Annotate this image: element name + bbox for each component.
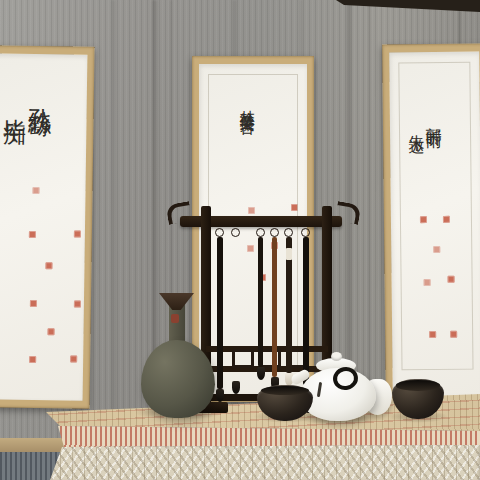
- red-seal-stamp: [32, 187, 39, 194]
- brush-label-band: [286, 248, 292, 260]
- red-seal-stamp: [47, 328, 54, 335]
- right-scroll-paper: 郭昕雨 朱遨: [389, 52, 480, 397]
- red-seal-stamp: [70, 355, 77, 362]
- red-seal-stamp: [74, 231, 81, 238]
- red-seal-stamp: [450, 331, 457, 338]
- calligraphy-brush: [256, 228, 265, 380]
- red-seal-stamp: [429, 331, 436, 338]
- brush-handle: [231, 237, 240, 381]
- red-seal-stamp: [448, 276, 455, 283]
- calligraphy-brush: [231, 228, 240, 394]
- red-seal-stamp: [29, 231, 36, 238]
- brush-hanging-loop: [231, 228, 240, 237]
- calligraphy-brush: [270, 228, 279, 390]
- red-seal-stamp: [291, 204, 298, 211]
- left-scroll-paper: 孔紛繇 毕痴: [0, 53, 87, 400]
- wall-grain-streak: [112, 0, 115, 480]
- vase-red-accent: [171, 314, 179, 323]
- brush-handle: [258, 237, 263, 367]
- brush-hanging-loop: [270, 228, 279, 237]
- calligraphy-brush: [284, 228, 293, 386]
- calligraphy-column: 朱遨: [408, 122, 425, 128]
- brush-hanging-loop: [301, 228, 310, 237]
- right-scroll-frame: 郭昕雨 朱遨: [382, 43, 480, 404]
- brush-handle: [303, 237, 309, 385]
- calligraphy-column: 林徐奕朵擬古: [239, 98, 255, 110]
- scene-photo: 孔紛繇 毕痴 林徐奕朵擬古: [0, 0, 480, 480]
- brush-hanging-loop: [284, 228, 293, 237]
- middle-scroll-calligraphy: 林徐奕朵擬古: [239, 98, 255, 110]
- red-seal-stamp: [424, 279, 431, 286]
- brush-handle: [217, 237, 223, 389]
- left-scroll-calligraphy: 孔紛繇 毕痴: [3, 90, 53, 107]
- red-seal-stamp: [433, 246, 440, 253]
- red-seal-stamp: [443, 216, 450, 223]
- calligraphy-brush: [215, 228, 224, 402]
- calligraphy-column: 毕痴: [3, 100, 28, 106]
- brush-handle: [272, 237, 277, 377]
- brush-hanging-loop: [215, 228, 224, 237]
- brush-hanging-loop: [256, 228, 265, 237]
- red-seal-stamp: [29, 356, 36, 363]
- right-scroll-calligraphy: 郭昕雨 朱遨: [408, 114, 443, 128]
- red-seal-stamp: [74, 301, 81, 308]
- red-seal-stamp: [248, 207, 255, 214]
- brush-tip: [216, 389, 224, 402]
- red-seal-stamp: [30, 300, 37, 307]
- brush-tip: [257, 367, 265, 380]
- left-scroll-frame: 孔紛繇 毕痴: [0, 45, 95, 409]
- calligraphy-column: 郭昕雨: [425, 114, 442, 128]
- brush-tip: [232, 381, 240, 394]
- teapot-lid-knob: [331, 352, 342, 361]
- red-seal-stamp: [420, 216, 427, 223]
- red-seal-stamp: [247, 245, 254, 252]
- red-seal-stamp: [45, 262, 52, 269]
- calligraphy-column: 孔紛繇: [28, 90, 53, 106]
